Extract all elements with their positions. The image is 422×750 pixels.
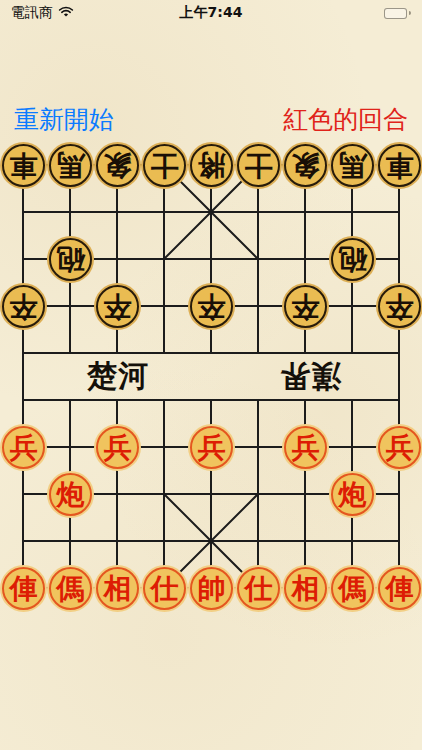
piece-red-general[interactable]: 帥	[190, 567, 233, 610]
turn-indicator-label: 紅色的回合	[283, 106, 408, 134]
piece-black-cannon[interactable]: 砲	[331, 238, 374, 281]
piece-red-soldier[interactable]: 兵	[284, 426, 327, 469]
piece-red-soldier[interactable]: 兵	[378, 426, 421, 469]
piece-red-elephant[interactable]: 相	[284, 567, 327, 610]
status-time: 上午7:44	[0, 4, 422, 22]
piece-black-soldier[interactable]: 卒	[378, 285, 421, 328]
piece-layer: 車馬象士將士象馬車砲砲卒卒卒卒卒兵兵兵兵兵炮炮俥傌相仕帥仕相傌俥	[0, 142, 422, 612]
piece-red-horse[interactable]: 傌	[331, 567, 374, 610]
piece-black-soldier[interactable]: 卒	[190, 285, 233, 328]
piece-black-general[interactable]: 將	[190, 144, 233, 187]
piece-black-soldier[interactable]: 卒	[96, 285, 139, 328]
piece-red-chariot[interactable]: 俥	[2, 567, 45, 610]
piece-black-cannon[interactable]: 砲	[49, 238, 92, 281]
piece-red-advisor[interactable]: 仕	[143, 567, 186, 610]
piece-red-cannon[interactable]: 炮	[49, 473, 92, 516]
piece-red-cannon[interactable]: 炮	[331, 473, 374, 516]
piece-black-horse[interactable]: 馬	[49, 144, 92, 187]
xiangqi-board[interactable]: 楚河 漢界 車馬象士將士象馬車砲砲卒卒卒卒卒兵兵兵兵兵炮炮俥傌相仕帥仕相傌俥	[0, 142, 422, 620]
piece-black-chariot[interactable]: 車	[378, 144, 421, 187]
piece-red-soldier[interactable]: 兵	[2, 426, 45, 469]
piece-black-elephant[interactable]: 象	[284, 144, 327, 187]
piece-black-elephant[interactable]: 象	[96, 144, 139, 187]
piece-black-soldier[interactable]: 卒	[284, 285, 327, 328]
status-bar: 上午7:44 電訊商	[0, 0, 422, 26]
piece-black-advisor[interactable]: 士	[237, 144, 280, 187]
piece-black-chariot[interactable]: 車	[2, 144, 45, 187]
piece-black-soldier[interactable]: 卒	[2, 285, 45, 328]
piece-red-soldier[interactable]: 兵	[96, 426, 139, 469]
piece-black-advisor[interactable]: 士	[143, 144, 186, 187]
battery-icon	[384, 8, 407, 19]
piece-red-horse[interactable]: 傌	[49, 567, 92, 610]
restart-button[interactable]: 重新開始	[14, 106, 114, 134]
piece-red-soldier[interactable]: 兵	[190, 426, 233, 469]
battery-nub	[409, 11, 411, 15]
piece-red-elephant[interactable]: 相	[96, 567, 139, 610]
piece-red-advisor[interactable]: 仕	[237, 567, 280, 610]
piece-red-chariot[interactable]: 俥	[378, 567, 421, 610]
piece-black-horse[interactable]: 馬	[331, 144, 374, 187]
